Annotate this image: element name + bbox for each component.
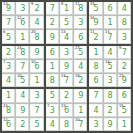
cage-sum-label: 6 (3, 30, 5, 34)
cell-digit: 4 (108, 48, 113, 57)
cell-digit: 2 (35, 4, 40, 13)
cage-sum-label: 18 (75, 74, 80, 78)
cell-r9c8[interactable]: 9 (104, 118, 117, 131)
cage-sum-label: 23 (119, 74, 124, 78)
cell-digit: 6 (108, 4, 113, 13)
cell-r5c2[interactable]: 7 (16, 60, 29, 73)
cell-r3c5[interactable]: 134 (60, 30, 73, 43)
cell-digit: 9 (35, 48, 40, 57)
cell-r7c6[interactable]: 9 (74, 89, 87, 102)
cell-digit: 7 (20, 62, 25, 71)
cell-digit: 4 (6, 76, 11, 85)
cage-sum-label: 12 (3, 118, 8, 122)
cell-digit: 4 (20, 91, 25, 100)
cell-digit: 4 (122, 4, 127, 13)
box-1: 13939271264651208 (2, 2, 44, 44)
cell-r2c5[interactable]: 5 (60, 16, 73, 29)
cell-r9c7[interactable]: 3 (89, 118, 102, 131)
cell-digit: 7 (108, 33, 113, 42)
cell-digit: 1 (20, 33, 25, 42)
cell-digit: 9 (108, 120, 113, 129)
cell-digit: 1 (122, 120, 127, 129)
cell-r2c2[interactable]: 126 (16, 16, 29, 29)
cell-r1c5[interactable]: 81 (60, 2, 73, 15)
cell-r1c7[interactable]: 155 (89, 2, 102, 15)
cell-digit: 3 (6, 62, 11, 71)
cell-digit: 1 (93, 48, 98, 57)
cell-r5c7[interactable]: 8 (89, 60, 102, 73)
cell-digit: 4 (35, 18, 40, 27)
cage-sum-label: 9 (31, 2, 33, 6)
cell-r6c6[interactable]: 182 (74, 74, 87, 87)
cage-sum-label: 7 (3, 60, 5, 64)
cell-r9c4[interactable]: 4 (46, 118, 59, 131)
killer-sudoku-board: 1393927126465120878111825391346155641691… (0, 0, 133, 133)
cell-r6c3[interactable]: 1 (30, 74, 43, 87)
cage-sum-label: 14 (105, 60, 110, 64)
cell-r6c2[interactable]: 105 (16, 74, 29, 87)
cell-r3c6[interactable]: 6 (74, 30, 87, 43)
cell-digit: 3 (20, 4, 25, 13)
cell-r2c8[interactable]: 1 (104, 16, 117, 29)
cage-sum-label: 13 (3, 2, 8, 6)
cell-r4c3[interactable]: 9 (30, 46, 43, 59)
cell-r4c8[interactable]: 4 (104, 46, 117, 59)
cell-r1c8[interactable]: 6 (104, 2, 117, 15)
cage-sum-label: 14 (61, 74, 66, 78)
cell-r3c2[interactable]: 1 (16, 30, 29, 43)
cell-digit: 8 (50, 76, 55, 85)
cell-r1c2[interactable]: 3 (16, 2, 29, 15)
cell-digit: 5 (50, 91, 55, 100)
cell-digit: 8 (93, 62, 98, 71)
cell-r3c7[interactable]: 112 (89, 30, 102, 43)
box-4: 2248973710641051 (2, 46, 44, 88)
box-2: 78111825391346 (46, 2, 88, 44)
cell-r9c2[interactable]: 2 (16, 118, 29, 131)
cage-sum-label: 7 (47, 104, 49, 108)
cell-r2c6[interactable]: 3 (74, 16, 87, 29)
cell-r3c9[interactable]: 3 (118, 30, 131, 43)
cage-sum-label: 8 (61, 2, 63, 6)
cell-r9c1[interactable]: 126 (2, 118, 15, 131)
cell-digit: 2 (64, 91, 69, 100)
cell-r6c1[interactable]: 4 (2, 74, 15, 87)
cage-sum-label: 15 (90, 2, 95, 6)
cell-r7c1[interactable]: 1 (2, 89, 15, 102)
cell-digit: 7 (50, 4, 55, 13)
cell-r8c8[interactable]: 2 (104, 104, 117, 117)
cell-digit: 5 (64, 18, 69, 27)
cell-r6c4[interactable]: 8 (46, 74, 59, 87)
cell-r5c6[interactable]: 4 (74, 60, 87, 73)
cell-r4c4[interactable]: 6 (46, 46, 59, 59)
cell-digit: 6 (122, 91, 127, 100)
cell-r7c7[interactable]: 7 (89, 89, 102, 102)
cell-digit: 3 (93, 120, 98, 129)
cell-digit: 2 (108, 106, 113, 115)
cell-digit: 8 (108, 91, 113, 100)
cell-digit: 1 (64, 4, 69, 13)
cage-sum-label: 24 (3, 104, 8, 108)
cage-sum-label: 10 (75, 118, 80, 122)
cell-digit: 3 (122, 33, 127, 42)
cell-r8c4[interactable]: 73 (46, 104, 59, 117)
cage-sum-label: 11 (90, 30, 95, 34)
cell-r5c8[interactable]: 145 (104, 60, 117, 73)
box-6: 14978145263239 (89, 46, 131, 88)
cage-sum-label: 20 (31, 30, 36, 34)
cell-r5c9[interactable]: 2 (118, 60, 131, 73)
cage-sum-label: 11 (75, 2, 80, 6)
cell-r1c4[interactable]: 7 (46, 2, 59, 15)
cell-digit: 1 (6, 91, 11, 100)
cage-sum-label: 10 (17, 74, 22, 78)
cell-r4c5[interactable]: 3 (60, 46, 73, 59)
box-9: 78642155391 (89, 89, 131, 131)
cell-r1c1[interactable]: 139 (2, 2, 15, 15)
cage-sum-label: 14 (105, 30, 110, 34)
cell-r7c3[interactable]: 3 (30, 89, 43, 102)
cell-r2c4[interactable]: 2 (46, 16, 59, 29)
cell-digit: 4 (93, 106, 98, 115)
cell-digit: 2 (122, 62, 127, 71)
cage-sum-label: 16 (90, 16, 95, 20)
cell-r5c5[interactable]: 9 (60, 60, 73, 73)
cell-digit: 1 (108, 18, 113, 27)
cell-r3c4[interactable]: 9 (46, 30, 59, 43)
cell-digit: 2 (50, 18, 55, 27)
cell-r3c3[interactable]: 208 (30, 30, 43, 43)
cell-r4c6[interactable]: 275 (74, 46, 87, 59)
cell-r2c1[interactable]: 7 (2, 16, 15, 29)
cage-sum-label: 15 (119, 104, 124, 108)
box-8: 52973136148107 (46, 89, 88, 131)
cell-r8c6[interactable]: 1 (74, 104, 87, 117)
cell-digit: 3 (108, 76, 113, 85)
cell-digit: 3 (78, 18, 83, 27)
cell-r1c9[interactable]: 4 (118, 2, 131, 15)
cell-digit: 7 (6, 18, 11, 27)
cell-r8c7[interactable]: 4 (89, 104, 102, 117)
cage-sum-label: 27 (75, 46, 80, 50)
cell-r1c3[interactable]: 92 (30, 2, 43, 15)
cell-r6c9[interactable]: 239 (118, 74, 131, 87)
cell-r9c9[interactable]: 1 (118, 118, 131, 131)
cage-sum-label: 13 (61, 104, 66, 108)
cell-r4c7[interactable]: 1 (89, 46, 102, 59)
cell-digit: 2 (6, 48, 11, 57)
box-5: 632751948147182 (46, 46, 88, 88)
cell-r5c4[interactable]: 1 (46, 60, 59, 73)
cell-digit: 9 (50, 33, 55, 42)
cell-r4c2[interactable]: 248 (16, 46, 29, 59)
cell-digit: 1 (78, 106, 83, 115)
cell-digit: 6 (50, 48, 55, 57)
cell-digit: 3 (35, 91, 40, 100)
cell-digit: 5 (6, 33, 11, 42)
cell-r7c9[interactable]: 6 (118, 89, 131, 102)
cell-digit: 4 (64, 33, 69, 42)
cell-digit: 9 (20, 106, 25, 115)
cell-digit: 9 (64, 62, 69, 71)
cell-r9c6[interactable]: 107 (74, 118, 87, 131)
cage-sum-label: 24 (17, 46, 22, 50)
cage-sum-label: 12 (17, 16, 22, 20)
cell-r6c8[interactable]: 3 (104, 74, 117, 87)
cell-r8c2[interactable]: 9 (16, 104, 29, 117)
cell-r8c5[interactable]: 136 (60, 104, 73, 117)
cell-r7c4[interactable]: 5 (46, 89, 59, 102)
cell-r3c8[interactable]: 147 (104, 30, 117, 43)
cage-sum-label: 9 (119, 46, 121, 50)
cell-r4c1[interactable]: 2 (2, 46, 15, 59)
cell-r7c8[interactable]: 8 (104, 89, 117, 102)
cell-r2c9[interactable]: 8 (118, 16, 131, 29)
cell-r7c5[interactable]: 2 (60, 89, 73, 102)
cell-r6c7[interactable]: 6 (89, 74, 102, 87)
cell-digit: 5 (35, 120, 40, 129)
cell-r4c9[interactable]: 97 (118, 46, 131, 59)
cell-digit: 7 (122, 48, 127, 57)
cell-digit: 3 (64, 48, 69, 57)
cell-r8c9[interactable]: 155 (118, 104, 131, 117)
cell-r5c3[interactable]: 106 (30, 60, 43, 73)
cell-digit: 2 (20, 120, 25, 129)
cell-digit: 8 (64, 120, 69, 129)
cell-r7c2[interactable]: 4 (16, 89, 29, 102)
box-3: 15564169181121473 (89, 2, 131, 44)
cell-digit: 6 (93, 76, 98, 85)
cell-digit: 3 (50, 106, 55, 115)
cell-digit: 1 (35, 76, 40, 85)
cell-digit: 9 (78, 91, 83, 100)
cell-r6c5[interactable]: 147 (60, 74, 73, 87)
cell-digit: 4 (78, 62, 83, 71)
cell-digit: 4 (50, 120, 55, 129)
cell-r2c7[interactable]: 169 (89, 16, 102, 29)
cell-r3c1[interactable]: 65 (2, 30, 15, 43)
cell-digit: 2 (93, 33, 98, 42)
cage-sum-label: 10 (31, 60, 36, 64)
cell-r5c1[interactable]: 73 (2, 60, 15, 73)
cell-r2c3[interactable]: 4 (30, 16, 43, 29)
cell-r9c3[interactable]: 5 (30, 118, 43, 131)
cage-sum-label: 13 (61, 30, 66, 34)
cell-digit: 8 (35, 33, 40, 42)
cell-digit: 6 (78, 33, 83, 42)
cell-r9c5[interactable]: 8 (60, 118, 73, 131)
cell-r8c1[interactable]: 248 (2, 104, 15, 117)
cell-r1c6[interactable]: 118 (74, 2, 87, 15)
cell-r8c3[interactable]: 7 (30, 104, 43, 117)
cell-digit: 7 (93, 91, 98, 100)
cell-digit: 7 (35, 106, 40, 115)
box-7: 1432489712625 (2, 89, 44, 131)
cell-digit: 1 (50, 62, 55, 71)
cell-digit: 8 (122, 18, 127, 27)
